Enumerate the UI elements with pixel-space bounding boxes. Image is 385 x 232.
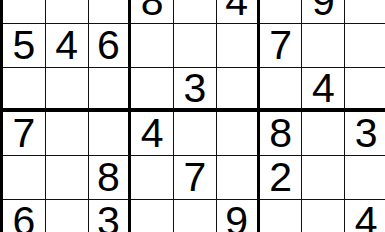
- cell-r6c2[interactable]: [46, 200, 89, 232]
- cell-r4c2[interactable]: [46, 112, 89, 156]
- cell-r5c8[interactable]: [302, 156, 345, 200]
- cell-r3c7[interactable]: [260, 68, 303, 112]
- cell-r4c7[interactable]: 8: [260, 112, 303, 156]
- cell-r6c6[interactable]: 9: [217, 200, 260, 232]
- cell-r3c2[interactable]: [46, 68, 89, 112]
- cell-r5c1[interactable]: [3, 156, 46, 200]
- cell-r1c9[interactable]: [345, 0, 385, 24]
- cell-r1c8[interactable]: 9: [302, 0, 345, 24]
- cell-r4c4[interactable]: 4: [131, 112, 174, 156]
- cell-r1c2[interactable]: [46, 0, 89, 24]
- cell-r5c4[interactable]: [131, 156, 174, 200]
- cell-r6c8[interactable]: [302, 200, 345, 232]
- cell-r5c9[interactable]: [345, 156, 385, 200]
- sudoku-grid: 84954673474838726394: [0, 0, 385, 232]
- cell-r4c5[interactable]: [174, 112, 217, 156]
- cell-r3c6[interactable]: [217, 68, 260, 112]
- cell-r5c3[interactable]: 8: [89, 156, 132, 200]
- cell-r6c1[interactable]: 6: [3, 200, 46, 232]
- cell-r6c5[interactable]: [174, 200, 217, 232]
- cell-r4c9[interactable]: 3: [345, 112, 385, 156]
- cell-r6c9[interactable]: 4: [345, 200, 385, 232]
- cell-r1c5[interactable]: [174, 0, 217, 24]
- cell-r2c7[interactable]: 7: [260, 24, 303, 68]
- cell-r2c3[interactable]: 6: [89, 24, 132, 68]
- cell-r6c3[interactable]: 3: [89, 200, 132, 232]
- cell-r2c1[interactable]: 5: [3, 24, 46, 68]
- cell-r2c9[interactable]: [345, 24, 385, 68]
- cell-r5c6[interactable]: [217, 156, 260, 200]
- cell-r2c8[interactable]: [302, 24, 345, 68]
- cell-r2c5[interactable]: [174, 24, 217, 68]
- cell-r4c1[interactable]: 7: [3, 112, 46, 156]
- cell-r3c1[interactable]: [3, 68, 46, 112]
- cell-r1c7[interactable]: [260, 0, 303, 24]
- cell-r3c9[interactable]: [345, 68, 385, 112]
- sudoku-board-viewport: 84954673474838726394: [0, 0, 385, 232]
- cell-r5c2[interactable]: [46, 156, 89, 200]
- cell-r5c7[interactable]: 2: [260, 156, 303, 200]
- cell-r4c8[interactable]: [302, 112, 345, 156]
- cell-r6c7[interactable]: [260, 200, 303, 232]
- cell-r3c8[interactable]: 4: [302, 68, 345, 112]
- cell-r4c6[interactable]: [217, 112, 260, 156]
- cell-r3c3[interactable]: [89, 68, 132, 112]
- cell-r2c2[interactable]: 4: [46, 24, 89, 68]
- cell-r2c6[interactable]: [217, 24, 260, 68]
- cell-r1c6[interactable]: 4: [217, 0, 260, 24]
- cell-r3c5[interactable]: 3: [174, 68, 217, 112]
- cell-r4c3[interactable]: [89, 112, 132, 156]
- cell-r1c3[interactable]: [89, 0, 132, 24]
- cell-r1c4[interactable]: 8: [131, 0, 174, 24]
- cell-r6c4[interactable]: [131, 200, 174, 232]
- cell-r2c4[interactable]: [131, 24, 174, 68]
- cell-r5c5[interactable]: 7: [174, 156, 217, 200]
- cell-r3c4[interactable]: [131, 68, 174, 112]
- cell-r1c1[interactable]: [3, 0, 46, 24]
